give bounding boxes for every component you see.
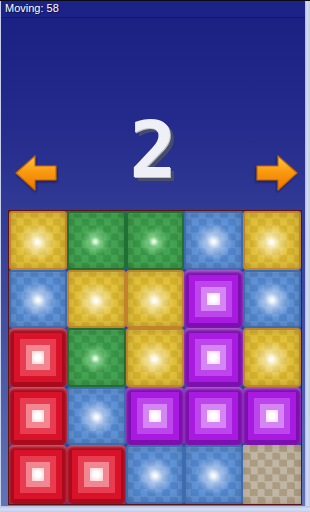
tile-red[interactable]: [67, 445, 125, 504]
tile-yellow[interactable]: [126, 328, 184, 387]
game-area: Moving: 58 2: [1, 1, 305, 506]
tile-empty: [243, 445, 301, 504]
puzzle-board: [8, 210, 302, 505]
tile-purple[interactable]: [184, 387, 242, 446]
tile-yellow[interactable]: [9, 211, 67, 270]
status-text: Moving: 58: [5, 2, 59, 14]
tile-green[interactable]: [126, 211, 184, 270]
tile-blue[interactable]: [184, 445, 242, 504]
main-panel: 2: [1, 18, 305, 506]
status-bar: Moving: 58: [1, 1, 305, 18]
level-selector: 2: [1, 18, 305, 210]
tile-red[interactable]: [9, 387, 67, 446]
previous-level-button[interactable]: [14, 154, 58, 192]
tile-yellow[interactable]: [126, 270, 184, 329]
app-window: Moving: 58 2: [0, 0, 310, 512]
tile-yellow[interactable]: [67, 270, 125, 329]
tile-yellow[interactable]: [243, 328, 301, 387]
tile-blue[interactable]: [67, 387, 125, 446]
tile-green[interactable]: [67, 211, 125, 270]
window-frame-left: [0, 1, 1, 512]
tile-blue[interactable]: [243, 270, 301, 329]
tile-yellow[interactable]: [243, 211, 301, 270]
window-frame-right: [305, 1, 310, 512]
right-arrow-icon: [255, 154, 299, 192]
next-level-button[interactable]: [255, 154, 299, 192]
tile-blue[interactable]: [184, 211, 242, 270]
left-arrow-icon: [14, 154, 58, 192]
tile-purple[interactable]: [243, 387, 301, 446]
tile-red[interactable]: [9, 328, 67, 387]
tile-purple[interactable]: [184, 270, 242, 329]
tile-red[interactable]: [9, 445, 67, 504]
window-top-border: [0, 0, 310, 1]
tile-purple[interactable]: [126, 387, 184, 446]
tile-green[interactable]: [67, 328, 125, 387]
tile-purple[interactable]: [184, 328, 242, 387]
tile-blue[interactable]: [9, 270, 67, 329]
window-frame-bottom: [0, 506, 310, 512]
tile-blue[interactable]: [126, 445, 184, 504]
